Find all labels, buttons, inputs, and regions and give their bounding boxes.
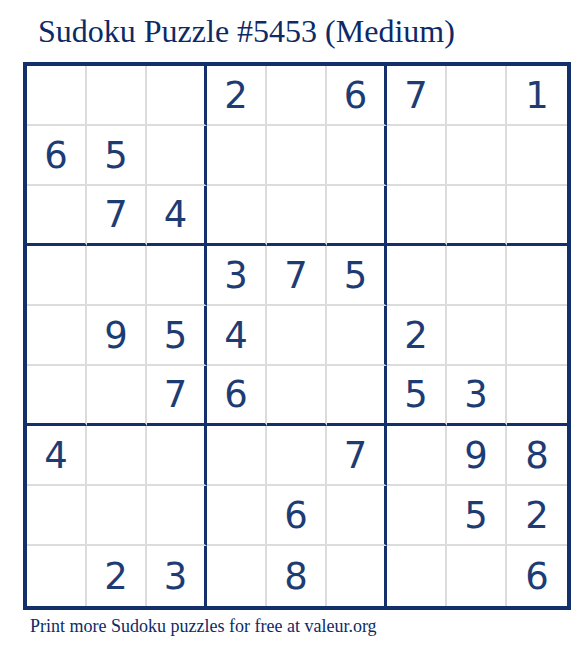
sudoku-cell-r3c7 (387, 186, 447, 246)
sudoku-cell-r5c4: 4 (207, 306, 267, 366)
sudoku-cell-r1c5 (267, 66, 327, 126)
sudoku-cell-r9c3: 3 (147, 546, 207, 606)
sudoku-cell-r2c7 (387, 126, 447, 186)
sudoku-cell-r6c4: 6 (207, 366, 267, 426)
sudoku-cell-r7c6: 7 (327, 426, 387, 486)
sudoku-cell-r8c7 (387, 486, 447, 546)
sudoku-cell-r7c4 (207, 426, 267, 486)
sudoku-cell-r1c9: 1 (507, 66, 567, 126)
sudoku-cell-r3c5 (267, 186, 327, 246)
sudoku-cell-r5c6 (327, 306, 387, 366)
sudoku-cell-r3c1 (27, 186, 87, 246)
sudoku-cell-r3c2: 7 (87, 186, 147, 246)
sudoku-cell-r6c1 (27, 366, 87, 426)
sudoku-cell-r1c6: 6 (327, 66, 387, 126)
sudoku-cell-r4c8 (447, 246, 507, 306)
sudoku-cell-r2c2: 5 (87, 126, 147, 186)
sudoku-cell-r6c5 (267, 366, 327, 426)
sudoku-cell-r7c1: 4 (27, 426, 87, 486)
sudoku-cell-r6c9 (507, 366, 567, 426)
sudoku-cell-r9c2: 2 (87, 546, 147, 606)
sudoku-cell-r4c5: 7 (267, 246, 327, 306)
sudoku-cell-r5c9 (507, 306, 567, 366)
sudoku-cell-r4c1 (27, 246, 87, 306)
sudoku-cell-r9c7 (387, 546, 447, 606)
sudoku-cell-r2c5 (267, 126, 327, 186)
sudoku-cell-r1c1 (27, 66, 87, 126)
sudoku-cell-r8c4 (207, 486, 267, 546)
sudoku-cell-r8c6 (327, 486, 387, 546)
sudoku-cell-r3c6 (327, 186, 387, 246)
sudoku-cell-r2c4 (207, 126, 267, 186)
sudoku-cell-r1c8 (447, 66, 507, 126)
sudoku-cell-r2c9 (507, 126, 567, 186)
sudoku-cell-r6c2 (87, 366, 147, 426)
sudoku-cell-r1c4: 2 (207, 66, 267, 126)
sudoku-cell-r2c8 (447, 126, 507, 186)
sudoku-cell-r5c5 (267, 306, 327, 366)
sudoku-cell-r8c1 (27, 486, 87, 546)
sudoku-cell-r4c2 (87, 246, 147, 306)
sudoku-cell-r4c7 (387, 246, 447, 306)
sudoku-cell-r7c8: 9 (447, 426, 507, 486)
sudoku-cell-r9c4 (207, 546, 267, 606)
sudoku-cell-r6c6 (327, 366, 387, 426)
sudoku-cell-r8c8: 5 (447, 486, 507, 546)
sudoku-cell-r3c8 (447, 186, 507, 246)
sudoku-cell-r7c3 (147, 426, 207, 486)
sudoku-cell-r3c9 (507, 186, 567, 246)
sudoku-cell-r7c7 (387, 426, 447, 486)
sudoku-cell-r4c6: 5 (327, 246, 387, 306)
sudoku-cell-r4c3 (147, 246, 207, 306)
sudoku-cell-r8c9: 2 (507, 486, 567, 546)
sudoku-cell-r3c3: 4 (147, 186, 207, 246)
sudoku-cell-r6c8: 3 (447, 366, 507, 426)
sudoku-cell-r6c3: 7 (147, 366, 207, 426)
sudoku-cell-r1c3 (147, 66, 207, 126)
sudoku-cell-r8c2 (87, 486, 147, 546)
sudoku-cell-r9c6 (327, 546, 387, 606)
footer-text: Print more Sudoku puzzles for free at va… (30, 614, 377, 638)
sudoku-cell-r5c3: 5 (147, 306, 207, 366)
sudoku-cell-r9c1 (27, 546, 87, 606)
sudoku-cell-r5c8 (447, 306, 507, 366)
sudoku-cell-r4c4: 3 (207, 246, 267, 306)
sudoku-cell-r9c8 (447, 546, 507, 606)
sudoku-cell-r7c5 (267, 426, 327, 486)
sudoku-board: 267165743759542765347986522386 (23, 62, 571, 610)
sudoku-cell-r6c7: 5 (387, 366, 447, 426)
sudoku-cell-r1c7: 7 (387, 66, 447, 126)
sudoku-cell-r3c4 (207, 186, 267, 246)
sudoku-cell-r2c1: 6 (27, 126, 87, 186)
sudoku-cell-r4c9 (507, 246, 567, 306)
sudoku-cell-r8c5: 6 (267, 486, 327, 546)
sudoku-cell-r7c9: 8 (507, 426, 567, 486)
sudoku-cell-r5c2: 9 (87, 306, 147, 366)
page-title: Sudoku Puzzle #5453 (Medium) (38, 12, 455, 50)
sudoku-cell-r9c9: 6 (507, 546, 567, 606)
sudoku-cell-r7c2 (87, 426, 147, 486)
sudoku-cell-r1c2 (87, 66, 147, 126)
sudoku-cell-r5c1 (27, 306, 87, 366)
sudoku-cell-r8c3 (147, 486, 207, 546)
sudoku-cell-r9c5: 8 (267, 546, 327, 606)
sudoku-cell-r5c7: 2 (387, 306, 447, 366)
sudoku-cell-r2c3 (147, 126, 207, 186)
sudoku-cell-r2c6 (327, 126, 387, 186)
